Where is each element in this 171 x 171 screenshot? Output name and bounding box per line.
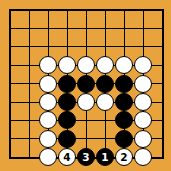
white-stone[interactable]: [134, 93, 152, 111]
move-1-black-stone[interactable]: 1: [96, 148, 114, 166]
go-diagram: 4312: [0, 0, 171, 171]
black-stone[interactable]: [115, 130, 133, 148]
black-stone[interactable]: [115, 93, 133, 111]
white-stone[interactable]: [39, 93, 57, 111]
go-board[interactable]: 4312: [0, 0, 171, 171]
black-stone[interactable]: [58, 93, 76, 111]
white-stone[interactable]: [96, 93, 114, 111]
white-stone[interactable]: [134, 148, 152, 166]
black-stone[interactable]: [58, 75, 76, 93]
move-3-black-stone[interactable]: 3: [77, 148, 95, 166]
white-stone[interactable]: [39, 75, 57, 93]
white-stone[interactable]: [77, 93, 95, 111]
white-stone[interactable]: [134, 130, 152, 148]
black-stone[interactable]: [96, 75, 114, 93]
white-stone[interactable]: [39, 148, 57, 166]
white-stone[interactable]: [39, 130, 57, 148]
black-stone[interactable]: [58, 130, 76, 148]
move-2-white-stone[interactable]: 2: [115, 148, 133, 166]
black-stone[interactable]: [77, 75, 95, 93]
black-stone[interactable]: [115, 75, 133, 93]
move-4-white-stone[interactable]: 4: [58, 148, 76, 166]
white-stone[interactable]: [134, 75, 152, 93]
